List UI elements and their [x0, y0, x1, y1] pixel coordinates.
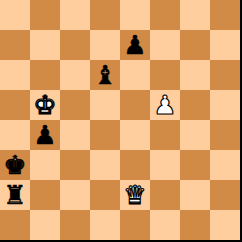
square-c8[interactable] — [60, 0, 90, 30]
square-a2[interactable]: ♜ — [0, 180, 30, 210]
square-g3[interactable] — [180, 150, 210, 180]
square-f4[interactable] — [150, 120, 180, 150]
square-c6[interactable] — [60, 60, 90, 90]
square-g6[interactable] — [180, 60, 210, 90]
square-f1[interactable] — [150, 210, 180, 240]
square-f6[interactable] — [150, 60, 180, 90]
square-h5[interactable] — [210, 90, 240, 120]
square-h4[interactable] — [210, 120, 240, 150]
square-f5[interactable]: ♟ — [150, 90, 180, 120]
board-canvas: ♟♝♚♟♟♚♜♛ — [0, 0, 242, 242]
square-f7[interactable] — [150, 30, 180, 60]
square-g5[interactable] — [180, 90, 210, 120]
white-pawn-f5[interactable]: ♟ — [153, 90, 176, 120]
square-e6[interactable] — [120, 60, 150, 90]
square-b1[interactable] — [30, 210, 60, 240]
square-b4[interactable]: ♟ — [30, 120, 60, 150]
square-f8[interactable] — [150, 0, 180, 30]
square-a8[interactable] — [0, 0, 30, 30]
square-c3[interactable] — [60, 150, 90, 180]
square-h2[interactable] — [210, 180, 240, 210]
square-d1[interactable] — [90, 210, 120, 240]
white-king-b5[interactable]: ♚ — [33, 90, 56, 120]
square-b3[interactable] — [30, 150, 60, 180]
black-bishop-d6[interactable]: ♝ — [93, 60, 116, 90]
square-c2[interactable] — [60, 180, 90, 210]
square-b5[interactable]: ♚ — [30, 90, 60, 120]
square-d3[interactable] — [90, 150, 120, 180]
square-a6[interactable] — [0, 60, 30, 90]
square-h6[interactable] — [210, 60, 240, 90]
square-e2[interactable]: ♛ — [120, 180, 150, 210]
square-c1[interactable] — [60, 210, 90, 240]
square-d6[interactable]: ♝ — [90, 60, 120, 90]
square-f3[interactable] — [150, 150, 180, 180]
square-e4[interactable] — [120, 120, 150, 150]
square-h3[interactable] — [210, 150, 240, 180]
square-e5[interactable] — [120, 90, 150, 120]
square-c5[interactable] — [60, 90, 90, 120]
square-a1[interactable] — [0, 210, 30, 240]
square-h8[interactable] — [210, 0, 240, 30]
square-h1[interactable] — [210, 210, 240, 240]
square-a3[interactable]: ♚ — [0, 150, 30, 180]
square-g7[interactable] — [180, 30, 210, 60]
black-king-a3[interactable]: ♚ — [3, 150, 26, 180]
square-g8[interactable] — [180, 0, 210, 30]
square-f2[interactable] — [150, 180, 180, 210]
square-b8[interactable] — [30, 0, 60, 30]
square-d4[interactable] — [90, 120, 120, 150]
square-a5[interactable] — [0, 90, 30, 120]
square-e7[interactable]: ♟ — [120, 30, 150, 60]
square-b6[interactable] — [30, 60, 60, 90]
square-c4[interactable] — [60, 120, 90, 150]
black-pawn-b4[interactable]: ♟ — [33, 120, 56, 150]
square-e1[interactable] — [120, 210, 150, 240]
square-a4[interactable] — [0, 120, 30, 150]
black-pawn-e7[interactable]: ♟ — [123, 30, 146, 60]
square-d7[interactable] — [90, 30, 120, 60]
square-d5[interactable] — [90, 90, 120, 120]
square-g2[interactable] — [180, 180, 210, 210]
square-h7[interactable] — [210, 30, 240, 60]
white-queen-e2[interactable]: ♛ — [123, 180, 146, 210]
chess-board: ♟♝♚♟♟♚♜♛ — [0, 0, 240, 240]
square-d8[interactable] — [90, 0, 120, 30]
black-rook-a2[interactable]: ♜ — [3, 180, 26, 210]
square-e3[interactable] — [120, 150, 150, 180]
square-c7[interactable] — [60, 30, 90, 60]
square-g4[interactable] — [180, 120, 210, 150]
square-b2[interactable] — [30, 180, 60, 210]
square-g1[interactable] — [180, 210, 210, 240]
square-b7[interactable] — [30, 30, 60, 60]
square-d2[interactable] — [90, 180, 120, 210]
square-e8[interactable] — [120, 0, 150, 30]
square-a7[interactable] — [0, 30, 30, 60]
